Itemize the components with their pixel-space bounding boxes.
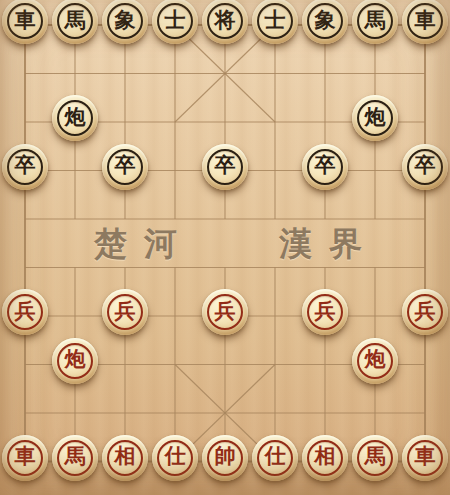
piece-ring: 兵 (7, 294, 43, 330)
piece-character: 卒 (15, 155, 36, 176)
board-point: 馬 (350, 2, 400, 51)
piece-black-chariot[interactable]: 車 (2, 0, 48, 44)
board-point: 卒 (0, 148, 50, 197)
piece-character: 卒 (215, 155, 236, 176)
board-point: 車 (0, 439, 50, 488)
board-point: 帥 (200, 439, 250, 488)
piece-ring: 車 (407, 440, 443, 476)
piece-ring: 炮 (357, 100, 393, 136)
piece-ring: 象 (307, 3, 343, 39)
piece-character: 車 (415, 10, 436, 31)
piece-character: 兵 (15, 301, 36, 322)
piece-character: 卒 (415, 155, 436, 176)
piece-ring: 卒 (207, 149, 243, 185)
board-point: 仕 (150, 439, 200, 488)
board-point: 将 (200, 2, 250, 51)
piece-character: 仕 (265, 446, 286, 467)
piece-red-elephant[interactable]: 相 (302, 435, 348, 481)
board-point: 象 (100, 2, 150, 51)
board-point: 馬 (50, 2, 100, 51)
board-point: 相 (100, 439, 150, 488)
board-point: 兵 (400, 293, 450, 342)
piece-red-soldier[interactable]: 兵 (302, 289, 348, 335)
piece-red-horse[interactable]: 馬 (52, 435, 98, 481)
piece-ring: 将 (207, 3, 243, 39)
board-point: 兵 (200, 293, 250, 342)
piece-black-general[interactable]: 将 (202, 0, 248, 44)
piece-red-soldier[interactable]: 兵 (2, 289, 48, 335)
piece-black-advisor[interactable]: 士 (252, 0, 298, 44)
piece-character: 馬 (65, 446, 86, 467)
piece-character: 馬 (365, 446, 386, 467)
piece-black-horse[interactable]: 馬 (52, 0, 98, 44)
piece-character: 馬 (65, 10, 86, 31)
piece-grid: 車馬象士将士象馬車炮炮卒卒卒卒卒兵兵兵兵兵炮炮車馬相仕帥仕相馬車 (0, 2, 450, 487)
piece-ring: 卒 (107, 149, 143, 185)
board-point: 炮 (350, 342, 400, 391)
board-point: 卒 (100, 148, 150, 197)
piece-ring: 卒 (307, 149, 343, 185)
piece-ring: 炮 (57, 343, 93, 379)
piece-black-soldier[interactable]: 卒 (2, 144, 48, 190)
piece-red-soldier[interactable]: 兵 (102, 289, 148, 335)
piece-red-advisor[interactable]: 仕 (152, 435, 198, 481)
piece-ring: 士 (157, 3, 193, 39)
board-point: 仕 (250, 439, 300, 488)
piece-red-soldier[interactable]: 兵 (402, 289, 448, 335)
piece-black-soldier[interactable]: 卒 (302, 144, 348, 190)
piece-character: 馬 (365, 10, 386, 31)
piece-character: 卒 (315, 155, 336, 176)
piece-character: 仕 (165, 446, 186, 467)
xiangqi-board[interactable]: 楚河 漢界 車馬象士将士象馬車炮炮卒卒卒卒卒兵兵兵兵兵炮炮車馬相仕帥仕相馬車 (0, 0, 450, 495)
board-point: 卒 (200, 148, 250, 197)
board-point: 卒 (300, 148, 350, 197)
piece-ring: 帥 (207, 440, 243, 476)
piece-ring: 炮 (357, 343, 393, 379)
piece-black-elephant[interactable]: 象 (102, 0, 148, 44)
board-point: 士 (150, 2, 200, 51)
piece-ring: 相 (307, 440, 343, 476)
piece-character: 兵 (115, 301, 136, 322)
board-point: 車 (400, 439, 450, 488)
piece-red-horse[interactable]: 馬 (352, 435, 398, 481)
piece-ring: 馬 (357, 440, 393, 476)
piece-character: 兵 (315, 301, 336, 322)
piece-red-advisor[interactable]: 仕 (252, 435, 298, 481)
board-point: 兵 (300, 293, 350, 342)
board-point: 卒 (400, 148, 450, 197)
board-point: 象 (300, 2, 350, 51)
board-point: 車 (0, 2, 50, 51)
board-point: 兵 (100, 293, 150, 342)
piece-ring: 士 (257, 3, 293, 39)
piece-black-cannon[interactable]: 炮 (352, 95, 398, 141)
piece-character: 兵 (215, 301, 236, 322)
piece-red-soldier[interactable]: 兵 (202, 289, 248, 335)
piece-red-elephant[interactable]: 相 (102, 435, 148, 481)
piece-character: 士 (165, 10, 186, 31)
piece-ring: 車 (7, 3, 43, 39)
board-point: 車 (400, 2, 450, 51)
piece-black-soldier[interactable]: 卒 (102, 144, 148, 190)
piece-ring: 象 (107, 3, 143, 39)
piece-character: 車 (15, 10, 36, 31)
piece-character: 車 (15, 446, 36, 467)
piece-ring: 兵 (107, 294, 143, 330)
piece-black-cannon[interactable]: 炮 (52, 95, 98, 141)
piece-ring: 仕 (157, 440, 193, 476)
board-point: 炮 (50, 99, 100, 148)
piece-character: 炮 (65, 349, 86, 370)
piece-black-soldier[interactable]: 卒 (402, 144, 448, 190)
piece-character: 炮 (65, 107, 86, 128)
board-point: 兵 (0, 293, 50, 342)
piece-character: 車 (415, 446, 436, 467)
piece-red-general[interactable]: 帥 (202, 435, 248, 481)
piece-character: 象 (315, 10, 336, 31)
board-point: 士 (250, 2, 300, 51)
piece-ring: 車 (7, 440, 43, 476)
piece-character: 帥 (215, 446, 236, 467)
piece-red-chariot[interactable]: 車 (2, 435, 48, 481)
piece-character: 将 (215, 10, 236, 31)
piece-ring: 卒 (7, 149, 43, 185)
piece-black-horse[interactable]: 馬 (352, 0, 398, 44)
board-point: 炮 (350, 99, 400, 148)
piece-ring: 馬 (57, 440, 93, 476)
piece-ring: 兵 (207, 294, 243, 330)
piece-ring: 車 (407, 3, 443, 39)
piece-character: 相 (315, 446, 336, 467)
board-point: 相 (300, 439, 350, 488)
piece-ring: 馬 (57, 3, 93, 39)
piece-black-elephant[interactable]: 象 (302, 0, 348, 44)
piece-character: 士 (265, 10, 286, 31)
piece-black-advisor[interactable]: 士 (152, 0, 198, 44)
piece-ring: 相 (107, 440, 143, 476)
piece-black-soldier[interactable]: 卒 (202, 144, 248, 190)
piece-character: 卒 (115, 155, 136, 176)
piece-red-chariot[interactable]: 車 (402, 435, 448, 481)
board-point: 馬 (350, 439, 400, 488)
piece-red-cannon[interactable]: 炮 (352, 338, 398, 384)
piece-character: 相 (115, 446, 136, 467)
piece-character: 象 (115, 10, 136, 31)
piece-ring: 馬 (357, 3, 393, 39)
piece-ring: 炮 (57, 100, 93, 136)
piece-ring: 兵 (407, 294, 443, 330)
board-point: 炮 (50, 342, 100, 391)
piece-red-cannon[interactable]: 炮 (52, 338, 98, 384)
piece-character: 兵 (415, 301, 436, 322)
piece-ring: 兵 (307, 294, 343, 330)
piece-ring: 卒 (407, 149, 443, 185)
board-point: 馬 (50, 439, 100, 488)
piece-character: 炮 (365, 349, 386, 370)
piece-ring: 仕 (257, 440, 293, 476)
piece-character: 炮 (365, 107, 386, 128)
piece-black-chariot[interactable]: 車 (402, 0, 448, 44)
